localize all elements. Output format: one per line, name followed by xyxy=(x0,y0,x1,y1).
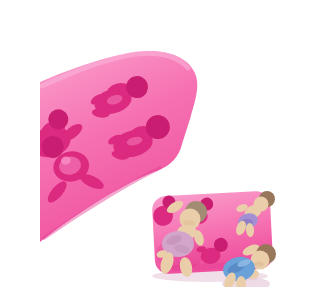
photo-canvas xyxy=(40,16,280,287)
filled-mold xyxy=(149,190,276,287)
product-photo: Pink silicone fondant mould with four sl… xyxy=(40,16,280,287)
baby-blue-face-shade xyxy=(254,262,264,267)
baby-pink-face-shade xyxy=(183,220,195,226)
